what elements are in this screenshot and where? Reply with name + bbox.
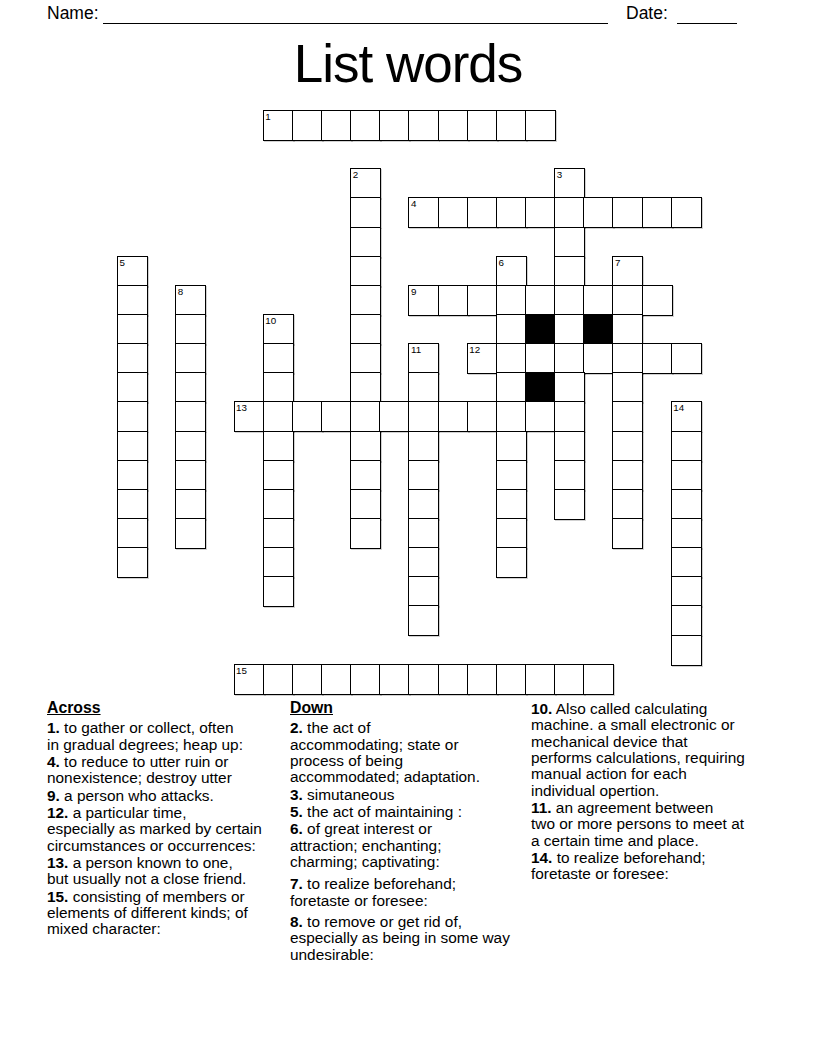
clue-11: 11. an agreement between two or more per… — [531, 800, 793, 849]
page-title: List words — [0, 37, 816, 91]
down-heading: Down — [290, 700, 532, 716]
clue-text: a person who attacks. — [60, 787, 214, 804]
grid-cell[interactable] — [408, 401, 439, 432]
clue-15: 15. consisting of members or elements of… — [47, 889, 283, 938]
grid-cell[interactable] — [408, 489, 439, 520]
grid-cell[interactable]: 5 — [117, 256, 148, 287]
grid-cell[interactable] — [671, 489, 702, 520]
clue-10: 10. Also called calculating machine. a s… — [531, 701, 793, 799]
clue-number: 14. — [531, 849, 552, 866]
clue-number: 4. — [47, 753, 60, 770]
grid-cell[interactable] — [554, 343, 585, 374]
clue-number: 7. — [290, 875, 303, 892]
date-label: Date: — [626, 3, 668, 24]
down-clues-column: Down 2. the act of accommodating; state … — [290, 700, 532, 964]
across-heading: Across — [47, 700, 283, 716]
crossword-grid: 123456789101112131415 — [117, 110, 702, 695]
grid-cell[interactable]: 10 — [263, 314, 294, 345]
grid-cell[interactable] — [612, 460, 643, 491]
grid-cell[interactable] — [554, 372, 585, 403]
grid-cell[interactable] — [467, 285, 498, 316]
grid-cell[interactable] — [496, 431, 527, 462]
grid-cell[interactable] — [525, 401, 556, 432]
grid-cell[interactable] — [642, 343, 673, 374]
grid-cell[interactable] — [612, 343, 643, 374]
grid-cell[interactable] — [438, 664, 469, 695]
cell-number: 2 — [353, 169, 358, 180]
grid-cell[interactable]: 4 — [408, 197, 439, 228]
grid-cell[interactable] — [408, 576, 439, 607]
cell-number: 11 — [411, 344, 421, 355]
grid-cell[interactable] — [467, 664, 498, 695]
grid-cell[interactable] — [350, 431, 381, 462]
clue-number: 11. — [531, 799, 552, 816]
grid-cell[interactable] — [263, 664, 294, 695]
clue-4: 4. to reduce to utter ruin or nonexisten… — [47, 754, 283, 787]
grid-cell[interactable]: 13 — [234, 401, 265, 432]
grid-cell[interactable] — [408, 518, 439, 549]
grid-cell[interactable] — [496, 372, 527, 403]
grid-cell[interactable] — [612, 314, 643, 345]
clue-number: 8. — [290, 913, 303, 930]
across-clues-column: Across 1. to gather or collect, often in… — [47, 700, 283, 939]
grid-cell[interactable] — [496, 664, 527, 695]
grid-cell[interactable] — [438, 285, 469, 316]
grid-cell[interactable]: 12 — [467, 343, 498, 374]
name-label: Name: — [47, 3, 99, 24]
grid-cell[interactable] — [292, 401, 323, 432]
grid-cell[interactable] — [175, 372, 206, 403]
grid-cell[interactable]: 14 — [671, 401, 702, 432]
grid-cell[interactable] — [321, 110, 352, 141]
cell-number: 7 — [615, 257, 620, 268]
grid-cell[interactable] — [263, 518, 294, 549]
grid-cell[interactable] — [350, 256, 381, 287]
grid-cell[interactable] — [612, 197, 643, 228]
grid-cell[interactable]: 2 — [350, 168, 381, 199]
grid-cell[interactable]: 11 — [408, 343, 439, 374]
grid-cell[interactable] — [175, 431, 206, 462]
cell-number: 5 — [120, 257, 125, 268]
clue-9: 9. a person who attacks. — [47, 788, 283, 804]
cell-number: 14 — [673, 402, 684, 413]
grid-cell[interactable] — [554, 197, 585, 228]
grid-cell[interactable] — [554, 460, 585, 491]
grid-cell[interactable] — [612, 285, 643, 316]
clue-text: to remove or get rid of, especially as b… — [290, 913, 510, 963]
grid-cell[interactable] — [263, 460, 294, 491]
grid-cell[interactable]: 1 — [263, 110, 294, 141]
cell-number: 4 — [411, 198, 416, 209]
clue-number: 9. — [47, 787, 60, 804]
grid-cell[interactable] — [583, 343, 614, 374]
grid-cell[interactable] — [671, 518, 702, 549]
grid-cell[interactable]: 6 — [496, 256, 527, 287]
grid-cell[interactable] — [117, 314, 148, 345]
cell-number: 10 — [265, 315, 276, 326]
grid-cell[interactable] — [583, 197, 614, 228]
grid-cell[interactable] — [612, 518, 643, 549]
grid-cell[interactable]: 7 — [612, 256, 643, 287]
cell-number: 1 — [265, 111, 270, 122]
grid-cell[interactable] — [496, 547, 527, 578]
grid-cell[interactable] — [117, 431, 148, 462]
clue-text: of great interest or attraction; enchant… — [290, 820, 441, 870]
clue-number: 13. — [47, 854, 68, 871]
grid-cell[interactable] — [612, 489, 643, 520]
grid-cell[interactable] — [263, 372, 294, 403]
grid-cell[interactable] — [408, 460, 439, 491]
grid-cell[interactable]: 8 — [175, 285, 206, 316]
grid-cell[interactable]: 9 — [408, 285, 439, 316]
name-line[interactable] — [103, 8, 608, 24]
grid-cell[interactable] — [292, 110, 323, 141]
clue-14: 14. to realize beforehand; foretaste or … — [531, 850, 793, 883]
grid-cell[interactable] — [117, 518, 148, 549]
grid-cell[interactable] — [321, 664, 352, 695]
cell-number: 3 — [557, 169, 562, 180]
clue-13: 13. a person known to one, but usually n… — [47, 855, 283, 888]
grid-cell[interactable] — [350, 401, 381, 432]
grid-cell[interactable] — [350, 664, 381, 695]
grid-cell[interactable] — [408, 547, 439, 578]
down-clues-column-continued: 10. Also called calculating machine. a s… — [531, 701, 793, 884]
grid-cell[interactable] — [496, 110, 527, 141]
grid-cell[interactable] — [467, 197, 498, 228]
grid-cell[interactable] — [612, 401, 643, 432]
grid-cell[interactable] — [175, 489, 206, 520]
grid-cell[interactable] — [408, 431, 439, 462]
grid-cell[interactable] — [554, 664, 585, 695]
grid-cell[interactable] — [554, 314, 585, 345]
grid-cell[interactable] — [438, 110, 469, 141]
grid-cell[interactable] — [350, 460, 381, 491]
grid-cell[interactable] — [496, 285, 527, 316]
grid-cell[interactable] — [350, 343, 381, 374]
grid-cell[interactable] — [525, 285, 556, 316]
grid-cell[interactable] — [612, 372, 643, 403]
grid-cell[interactable] — [117, 401, 148, 432]
grid-cell[interactable] — [496, 343, 527, 374]
grid-cell[interactable] — [496, 401, 527, 432]
clue-5: 5. the act of maintaining : — [290, 804, 532, 820]
clue-number: 15. — [47, 888, 68, 905]
clue-number: 2. — [290, 719, 303, 736]
clue-6: 6. of great interest or attraction; ench… — [290, 821, 532, 870]
clue-number: 10. — [531, 700, 552, 717]
grid-cell[interactable] — [671, 547, 702, 578]
grid-cell[interactable] — [642, 285, 673, 316]
grid-cell[interactable] — [408, 110, 439, 141]
clue-number: 5. — [290, 803, 303, 820]
grid-cell[interactable] — [117, 343, 148, 374]
grid-cell[interactable] — [467, 401, 498, 432]
grid-cell[interactable] — [671, 460, 702, 491]
clue-3: 3. simutaneous — [290, 787, 532, 803]
grid-cell[interactable] — [671, 197, 702, 228]
clue-text: to reduce to utter ruin or nonexistence;… — [47, 753, 232, 786]
grid-cell[interactable] — [263, 489, 294, 520]
grid-cell[interactable] — [583, 285, 614, 316]
clue-text: the act of maintaining : — [303, 803, 462, 820]
clue-text: a particular time, especially as marked … — [47, 804, 262, 854]
grid-cell[interactable] — [117, 489, 148, 520]
grid-cell[interactable] — [263, 431, 294, 462]
grid-cell[interactable] — [525, 343, 556, 374]
grid-cell[interactable] — [350, 110, 381, 141]
grid-cell[interactable] — [175, 518, 206, 549]
grid-cell[interactable] — [263, 547, 294, 578]
cell-number: 12 — [469, 344, 480, 355]
clue-text: simutaneous — [303, 786, 395, 803]
clue-number: 12. — [47, 804, 68, 821]
grid-cell[interactable] — [467, 110, 498, 141]
grid-cell[interactable] — [496, 489, 527, 520]
clue-number: 3. — [290, 786, 303, 803]
grid-cell[interactable] — [117, 547, 148, 578]
clue-text: the act of accommodating; state or proce… — [290, 719, 480, 785]
grid-cell[interactable] — [438, 197, 469, 228]
clue-12: 12. a particular time, especially as mar… — [47, 805, 283, 854]
grid-cell[interactable] — [496, 314, 527, 345]
grid-cell[interactable] — [263, 401, 294, 432]
cell-number: 13 — [236, 402, 247, 413]
clue-text: a person known to one, but usually not a… — [47, 854, 246, 887]
grid-cell[interactable] — [612, 431, 643, 462]
grid-cell[interactable] — [350, 372, 381, 403]
grid-cell[interactable] — [408, 605, 439, 636]
clue-7: 7. to realize beforehand; foretaste or f… — [290, 876, 532, 909]
cell-number: 8 — [178, 286, 183, 297]
grid-cell[interactable] — [671, 576, 702, 607]
grid-cell[interactable] — [175, 343, 206, 374]
clue-text: Also called calculating machine. a small… — [531, 700, 745, 799]
grid-cell[interactable] — [554, 431, 585, 462]
grid-cell[interactable] — [117, 372, 148, 403]
grid-cell[interactable] — [525, 664, 556, 695]
grid-cell[interactable] — [263, 343, 294, 374]
clue-text: to gather or collect, often in gradual d… — [47, 719, 243, 752]
grid-cell[interactable]: 3 — [554, 168, 585, 199]
grid-cell[interactable] — [350, 197, 381, 228]
grid-cell[interactable] — [379, 110, 410, 141]
grid-cell[interactable] — [554, 256, 585, 287]
grid-cell[interactable] — [554, 285, 585, 316]
date-line[interactable] — [677, 8, 737, 24]
grid-cell[interactable] — [671, 343, 702, 374]
grid-cell[interactable] — [350, 489, 381, 520]
grid-cell[interactable] — [642, 197, 673, 228]
cell-number: 9 — [411, 286, 416, 297]
grid-cell[interactable] — [671, 431, 702, 462]
clue-text: consisting of members or elements of dif… — [47, 888, 248, 938]
grid-cell[interactable] — [554, 401, 585, 432]
grid-cell[interactable] — [496, 518, 527, 549]
clue-text: an agreement between two or more persons… — [531, 799, 744, 849]
cell-number: 6 — [498, 257, 503, 268]
grid-cell[interactable] — [175, 460, 206, 491]
black-cell — [525, 314, 556, 345]
grid-cell[interactable] — [554, 227, 585, 258]
grid-cell[interactable] — [671, 635, 702, 666]
clue-1: 1. to gather or collect, often in gradua… — [47, 720, 283, 753]
grid-cell[interactable]: 15 — [234, 664, 265, 695]
grid-cell[interactable] — [408, 372, 439, 403]
clue-number: 6. — [290, 820, 303, 837]
clue-number: 1. — [47, 719, 60, 736]
grid-cell[interactable] — [583, 664, 614, 695]
grid-cell[interactable] — [438, 401, 469, 432]
grid-cell[interactable] — [263, 576, 294, 607]
grid-cell[interactable] — [350, 518, 381, 549]
grid-cell[interactable] — [408, 664, 439, 695]
grid-cell[interactable] — [525, 110, 556, 141]
clue-text: to realize beforehand; foretaste or fore… — [531, 849, 706, 882]
grid-cell[interactable] — [117, 460, 148, 491]
grid-cell[interactable] — [554, 489, 585, 520]
grid-cell[interactable] — [496, 197, 527, 228]
grid-cell[interactable] — [379, 401, 410, 432]
grid-cell[interactable] — [525, 197, 556, 228]
grid-cell[interactable] — [117, 285, 148, 316]
grid-cell[interactable] — [671, 605, 702, 636]
grid-cell[interactable] — [350, 285, 381, 316]
grid-cell[interactable] — [175, 314, 206, 345]
grid-cell[interactable] — [321, 401, 352, 432]
cell-number: 15 — [236, 665, 247, 676]
clue-8: 8. to remove or get rid of, especially a… — [290, 914, 532, 963]
grid-cell[interactable] — [379, 664, 410, 695]
clue-text: to realize beforehand; foretaste or fore… — [290, 875, 456, 908]
grid-cell[interactable] — [350, 227, 381, 258]
clue-2: 2. the act of accommodating; state or pr… — [290, 720, 532, 785]
grid-cell[interactable] — [496, 460, 527, 491]
grid-cell[interactable] — [175, 401, 206, 432]
grid-cell[interactable] — [292, 664, 323, 695]
grid-cell[interactable] — [350, 314, 381, 345]
black-cell — [583, 314, 614, 345]
black-cell — [525, 372, 556, 403]
